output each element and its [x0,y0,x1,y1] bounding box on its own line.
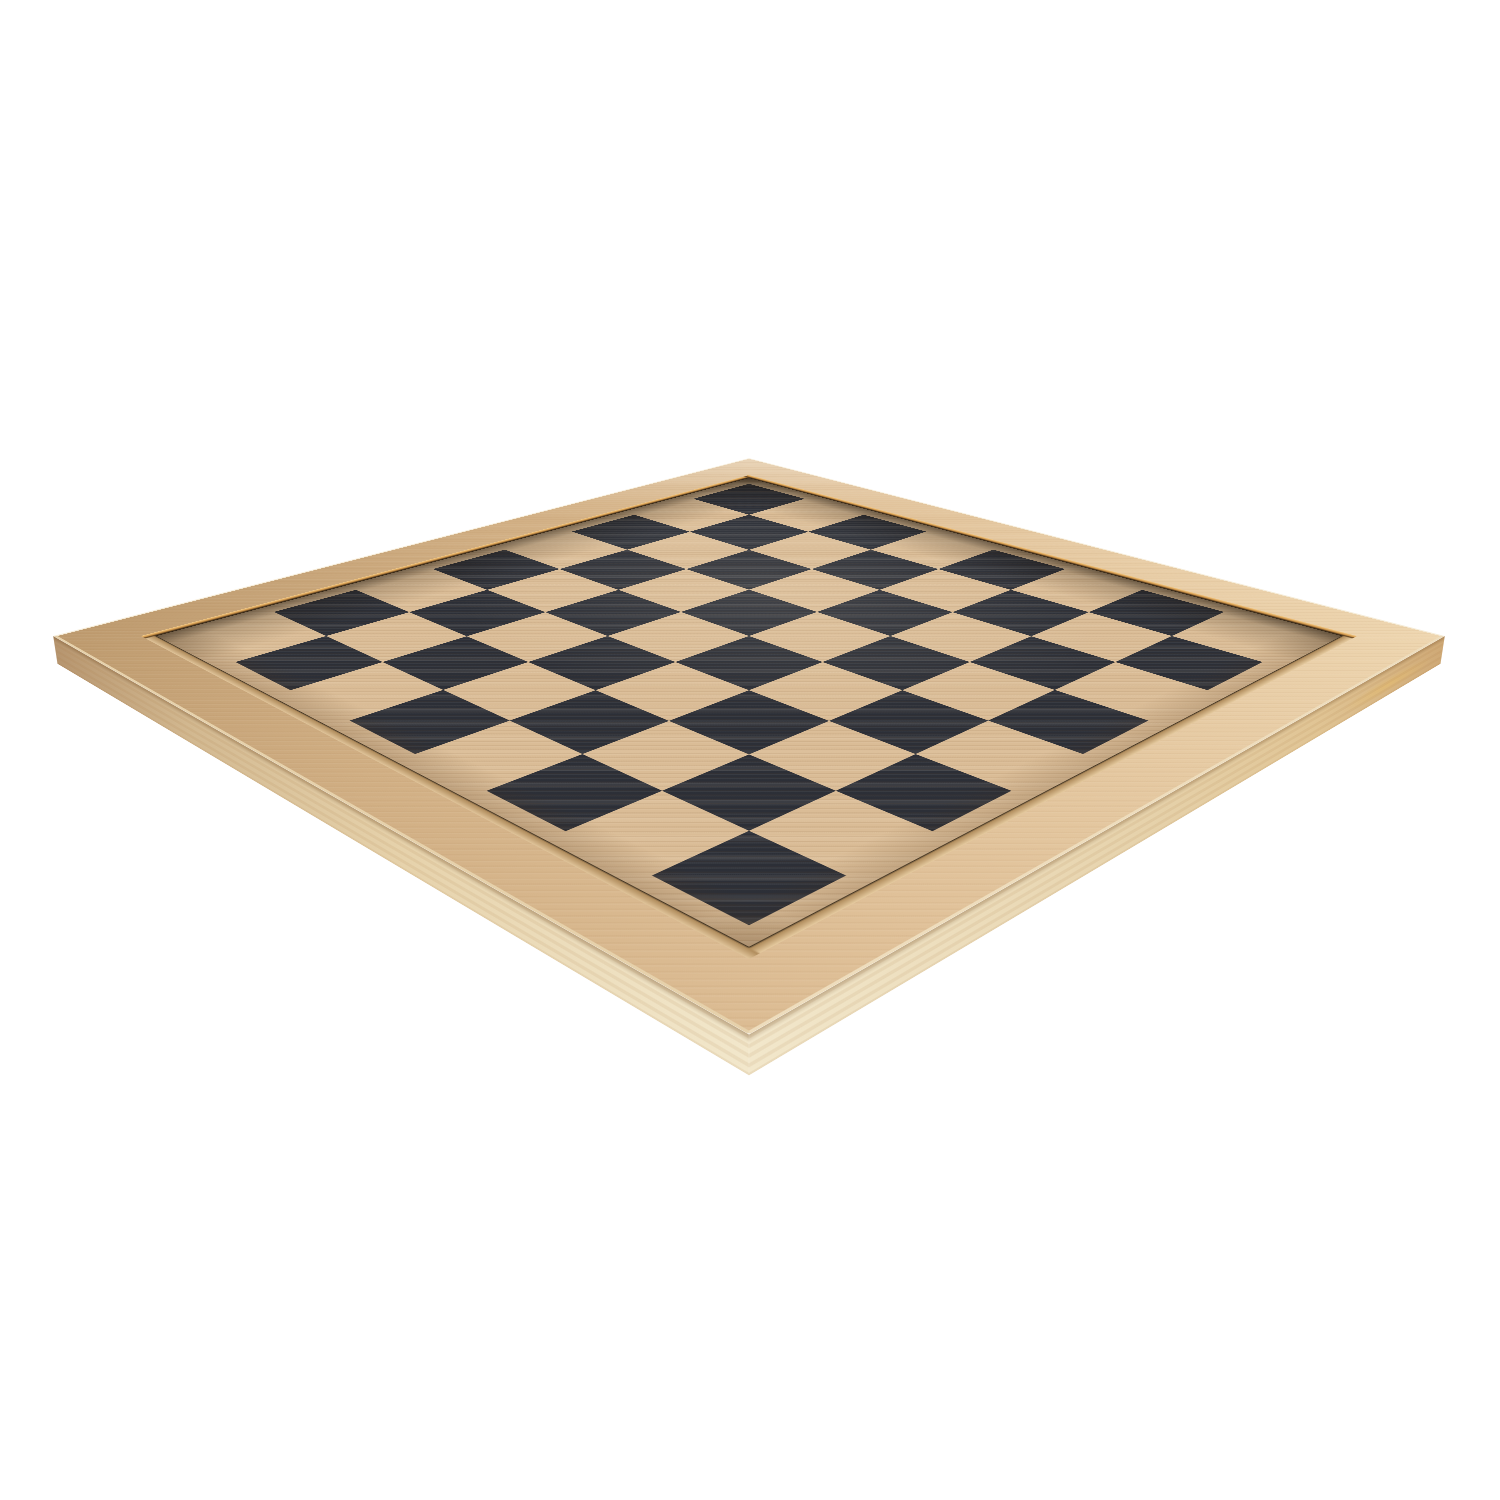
board-square [829,690,989,754]
board-square [1116,636,1263,690]
board-square [749,662,902,721]
checker-grid [185,484,1314,925]
board-square [565,791,749,876]
board-square [486,754,661,831]
board-square [382,636,529,690]
board-square [652,831,846,925]
board-square [837,754,1012,831]
board-square [676,636,823,690]
chess-checkers-board [53,458,1445,1034]
board-frame [53,458,1445,1034]
board-square [290,662,443,721]
board-square [749,721,916,791]
board-square [350,690,510,754]
board-square [822,636,969,690]
board-square [749,791,933,876]
board-square [661,754,836,831]
board-square [235,636,382,690]
board-square [969,636,1116,690]
board-square [1055,662,1208,721]
board-square [669,690,829,754]
board-square [596,662,749,721]
board-square [988,690,1148,754]
board-recess [141,475,1357,959]
board-square [510,690,670,754]
board-square [582,721,749,791]
board-square [916,721,1083,791]
board-square [902,662,1055,721]
board-square [443,662,596,721]
playing-surface [156,478,1341,947]
board-square [415,721,582,791]
product-photo-scene [0,0,1500,1500]
board-square [529,636,676,690]
